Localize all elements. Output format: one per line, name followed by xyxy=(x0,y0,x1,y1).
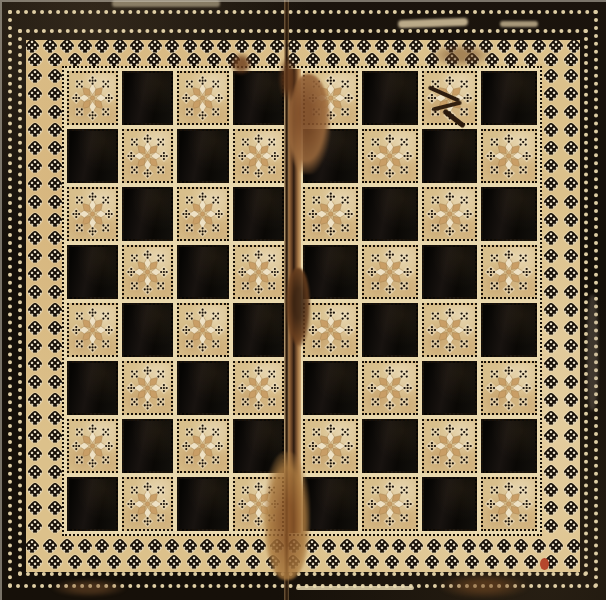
square-g7[interactable] xyxy=(422,129,478,183)
quatrefoil-medallion-icon xyxy=(26,52,43,66)
square-a7[interactable] xyxy=(67,129,118,183)
quatrefoil-medallion-icon xyxy=(265,554,282,571)
rosette-inlay xyxy=(124,131,171,181)
quatrefoil-medallion-icon xyxy=(251,538,268,555)
quatrefoil-medallion-icon xyxy=(513,538,530,555)
rosette-inlay xyxy=(305,73,357,123)
quatrefoil-medallion-icon xyxy=(543,500,560,517)
quatrefoil-medallion-icon xyxy=(543,446,560,463)
quatrefoil-medallion-icon xyxy=(324,554,341,571)
quatrefoil-medallion-icon xyxy=(321,40,338,54)
rosette-inlay xyxy=(364,247,416,297)
quatrefoil-medallion-icon xyxy=(27,122,44,139)
quatrefoil-medallion-icon xyxy=(563,320,580,337)
square-f8[interactable] xyxy=(362,71,418,125)
square-d1[interactable] xyxy=(233,477,284,531)
quatrefoil-medallion-icon xyxy=(165,554,182,571)
quatrefoil-medallion-icon xyxy=(27,158,44,175)
square-h5[interactable] xyxy=(481,245,537,299)
quatrefoil-medallion-icon xyxy=(185,554,202,571)
quatrefoil-medallion-icon xyxy=(344,52,361,66)
medallion-band-bottom xyxy=(26,536,580,572)
square-g5[interactable] xyxy=(422,245,478,299)
square-h6[interactable] xyxy=(481,187,537,241)
rosette-inlay xyxy=(179,305,226,355)
quatrefoil-medallion-icon xyxy=(198,538,215,555)
square-a1[interactable] xyxy=(67,477,118,531)
quatrefoil-medallion-icon xyxy=(304,554,321,571)
square-f7[interactable] xyxy=(362,129,418,183)
quatrefoil-medallion-icon xyxy=(543,266,560,283)
quatrefoil-medallion-icon xyxy=(304,52,321,66)
quatrefoil-medallion-icon xyxy=(233,538,250,555)
square-h7[interactable] xyxy=(481,129,537,183)
quatrefoil-medallion-icon xyxy=(424,554,441,571)
quatrefoil-medallion-icon xyxy=(47,500,64,517)
rosette-inlay xyxy=(483,131,535,181)
square-d5[interactable] xyxy=(233,245,284,299)
quatrefoil-medallion-icon xyxy=(47,86,64,103)
quatrefoil-medallion-icon xyxy=(27,212,44,229)
quatrefoil-medallion-icon xyxy=(563,140,580,157)
quatrefoil-medallion-icon xyxy=(364,52,381,66)
quatrefoil-medallion-icon xyxy=(47,104,64,121)
square-h8[interactable] xyxy=(481,71,537,125)
quatrefoil-medallion-icon xyxy=(27,446,44,463)
quatrefoil-medallion-icon xyxy=(66,554,83,571)
square-c4[interactable] xyxy=(177,303,228,357)
quatrefoil-medallion-icon xyxy=(495,538,512,555)
quatrefoil-medallion-icon xyxy=(543,68,560,85)
quatrefoil-medallion-icon xyxy=(543,428,560,445)
square-d7[interactable] xyxy=(233,129,284,183)
rosette-inlay xyxy=(364,363,416,413)
quatrefoil-medallion-icon xyxy=(27,68,44,85)
quatrefoil-medallion-icon xyxy=(27,338,44,355)
quatrefoil-medallion-icon xyxy=(460,538,477,555)
rosette-inlay xyxy=(235,479,282,529)
quatrefoil-medallion-icon xyxy=(27,104,44,121)
square-g1[interactable] xyxy=(422,477,478,531)
square-b1[interactable] xyxy=(122,477,173,531)
quatrefoil-medallion-icon xyxy=(146,52,163,66)
rosette-inlay xyxy=(483,479,535,529)
quatrefoil-medallion-icon xyxy=(543,374,560,391)
rosette-inlay xyxy=(179,421,226,471)
quatrefoil-medallion-icon xyxy=(563,68,580,85)
quatrefoil-medallion-icon xyxy=(543,464,560,481)
square-f4[interactable] xyxy=(362,303,418,357)
quatrefoil-medallion-icon xyxy=(373,538,390,555)
quatrefoil-medallion-icon xyxy=(356,538,373,555)
square-e7[interactable] xyxy=(303,129,359,183)
quatrefoil-medallion-icon xyxy=(41,538,58,555)
quatrefoil-medallion-icon xyxy=(338,538,355,555)
square-a2[interactable] xyxy=(67,419,118,473)
quatrefoil-medallion-icon xyxy=(543,356,560,373)
rosette-inlay xyxy=(305,189,357,239)
quatrefoil-medallion-icon xyxy=(146,554,163,571)
quatrefoil-medallion-icon xyxy=(384,554,401,571)
quatrefoil-medallion-icon xyxy=(460,40,477,54)
quatrefoil-medallion-icon xyxy=(46,554,63,571)
quatrefoil-medallion-icon xyxy=(27,284,44,301)
quatrefoil-medallion-icon xyxy=(425,538,442,555)
rosette-inlay xyxy=(124,479,171,529)
quatrefoil-medallion-icon xyxy=(563,356,580,373)
quatrefoil-medallion-icon xyxy=(384,52,401,66)
board-right-half xyxy=(301,69,539,533)
quatrefoil-medallion-icon xyxy=(66,52,83,66)
quatrefoil-medallion-icon xyxy=(47,194,64,211)
quatrefoil-medallion-icon xyxy=(563,446,580,463)
quatrefoil-medallion-icon xyxy=(27,140,44,157)
quatrefoil-medallion-icon xyxy=(47,446,64,463)
quatrefoil-medallion-icon xyxy=(265,52,282,66)
square-h2[interactable] xyxy=(481,419,537,473)
quatrefoil-medallion-icon xyxy=(111,538,128,555)
square-c7[interactable] xyxy=(177,129,228,183)
quatrefoil-medallion-icon xyxy=(563,194,580,211)
quatrefoil-medallion-icon xyxy=(27,392,44,409)
square-c1[interactable] xyxy=(177,477,228,531)
square-f2[interactable] xyxy=(362,419,418,473)
rosette-inlay xyxy=(364,479,416,529)
inlaid-chessboard-photo xyxy=(0,0,606,600)
quatrefoil-medallion-icon xyxy=(27,230,44,247)
quatrefoil-medallion-icon xyxy=(543,86,560,103)
quatrefoil-medallion-icon xyxy=(27,464,44,481)
quatrefoil-medallion-icon xyxy=(483,52,500,66)
quatrefoil-medallion-icon xyxy=(47,320,64,337)
quatrefoil-medallion-icon xyxy=(563,374,580,391)
quatrefoil-medallion-icon xyxy=(565,538,580,555)
quatrefoil-medallion-icon xyxy=(59,538,76,555)
quatrefoil-medallion-icon xyxy=(47,428,64,445)
quatrefoil-medallion-icon xyxy=(225,554,242,571)
quatrefoil-medallion-icon xyxy=(543,410,560,427)
quatrefoil-medallion-icon xyxy=(126,52,143,66)
quatrefoil-medallion-icon xyxy=(503,554,520,571)
quatrefoil-medallion-icon xyxy=(27,518,44,535)
square-a3[interactable] xyxy=(67,361,118,415)
rosette-inlay xyxy=(424,73,476,123)
square-b4[interactable] xyxy=(122,303,173,357)
quatrefoil-medallion-icon xyxy=(47,140,64,157)
square-e5[interactable] xyxy=(303,245,359,299)
rosette-inlay xyxy=(69,421,116,471)
quatrefoil-medallion-icon xyxy=(47,212,64,229)
square-d8[interactable] xyxy=(233,71,284,125)
quatrefoil-medallion-icon xyxy=(47,68,64,85)
square-e4[interactable] xyxy=(303,303,359,357)
square-e3[interactable] xyxy=(303,361,359,415)
quatrefoil-medallion-icon xyxy=(129,538,146,555)
rosette-inlay xyxy=(124,247,171,297)
square-g6[interactable] xyxy=(422,187,478,241)
quatrefoil-medallion-icon xyxy=(443,554,460,571)
square-a6[interactable] xyxy=(67,187,118,241)
quatrefoil-medallion-icon xyxy=(443,52,460,66)
quatrefoil-medallion-icon xyxy=(563,518,580,535)
square-d6[interactable] xyxy=(233,187,284,241)
quatrefoil-medallion-icon xyxy=(543,248,560,265)
quatrefoil-medallion-icon xyxy=(543,158,560,175)
quatrefoil-medallion-icon xyxy=(47,392,64,409)
quatrefoil-medallion-icon xyxy=(47,284,64,301)
quatrefoil-medallion-icon xyxy=(390,538,407,555)
square-c3[interactable] xyxy=(177,361,228,415)
quatrefoil-medallion-icon xyxy=(126,554,143,571)
quatrefoil-medallion-icon xyxy=(563,392,580,409)
square-a8[interactable] xyxy=(67,71,118,125)
quatrefoil-medallion-icon xyxy=(548,538,565,555)
quatrefoil-medallion-icon xyxy=(245,52,262,66)
playing-field xyxy=(62,66,542,536)
square-f6[interactable] xyxy=(362,187,418,241)
quatrefoil-medallion-icon xyxy=(543,518,560,535)
quatrefoil-medallion-icon xyxy=(344,554,361,571)
square-b8[interactable] xyxy=(122,71,173,125)
square-a5[interactable] xyxy=(67,245,118,299)
quatrefoil-medallion-icon xyxy=(27,248,44,265)
quatrefoil-medallion-icon xyxy=(543,392,560,409)
quatrefoil-medallion-icon xyxy=(86,52,103,66)
square-d3[interactable] xyxy=(233,361,284,415)
quatrefoil-medallion-icon xyxy=(146,538,163,555)
quatrefoil-medallion-icon xyxy=(27,356,44,373)
rosette-inlay xyxy=(483,363,535,413)
rosette-inlay xyxy=(424,189,476,239)
quatrefoil-medallion-icon xyxy=(563,284,580,301)
quatrefoil-medallion-icon xyxy=(47,464,64,481)
quatrefoil-medallion-icon xyxy=(27,302,44,319)
quatrefoil-medallion-icon xyxy=(27,266,44,283)
quatrefoil-medallion-icon xyxy=(543,176,560,193)
square-c5[interactable] xyxy=(177,245,228,299)
medallion-band-left xyxy=(26,66,64,536)
quatrefoil-medallion-icon xyxy=(543,338,560,355)
quatrefoil-medallion-icon xyxy=(216,538,233,555)
quatrefoil-medallion-icon xyxy=(543,212,560,229)
quatrefoil-medallion-icon xyxy=(47,248,64,265)
square-g8[interactable] xyxy=(422,71,478,125)
quatrefoil-medallion-icon xyxy=(47,482,64,499)
quatrefoil-medallion-icon xyxy=(563,52,580,66)
quatrefoil-medallion-icon xyxy=(27,320,44,337)
quatrefoil-medallion-icon xyxy=(76,538,93,555)
quatrefoil-medallion-icon xyxy=(245,554,262,571)
quatrefoil-medallion-icon xyxy=(129,40,146,54)
quatrefoil-medallion-icon xyxy=(463,554,480,571)
quatrefoil-medallion-icon xyxy=(47,158,64,175)
quatrefoil-medallion-icon xyxy=(303,538,320,555)
medallion-band-top xyxy=(26,40,580,66)
quatrefoil-medallion-icon xyxy=(27,500,44,517)
quatrefoil-medallion-icon xyxy=(463,52,480,66)
square-e1[interactable] xyxy=(303,477,359,531)
quatrefoil-medallion-icon xyxy=(563,464,580,481)
rosette-inlay xyxy=(305,305,357,355)
quatrefoil-medallion-icon xyxy=(94,40,111,54)
quatrefoil-medallion-icon xyxy=(27,482,44,499)
quatrefoil-medallion-icon xyxy=(543,194,560,211)
square-g3[interactable] xyxy=(422,361,478,415)
quatrefoil-medallion-icon xyxy=(503,52,520,66)
rosette-inlay xyxy=(69,73,116,123)
quatrefoil-medallion-icon xyxy=(483,554,500,571)
quatrefoil-medallion-icon xyxy=(26,538,41,555)
quatrefoil-medallion-icon xyxy=(106,52,123,66)
rosette-inlay xyxy=(69,305,116,355)
quatrefoil-medallion-icon xyxy=(233,40,250,54)
square-e8[interactable] xyxy=(303,71,359,125)
quatrefoil-medallion-icon xyxy=(94,538,111,555)
square-f1[interactable] xyxy=(362,477,418,531)
quatrefoil-medallion-icon xyxy=(27,374,44,391)
rosette-inlay xyxy=(235,363,282,413)
quatrefoil-medallion-icon xyxy=(543,52,560,66)
rosette-inlay xyxy=(179,189,226,239)
quatrefoil-medallion-icon xyxy=(543,230,560,247)
quatrefoil-medallion-icon xyxy=(185,52,202,66)
rosette-inlay xyxy=(179,73,226,123)
quatrefoil-medallion-icon xyxy=(27,428,44,445)
quatrefoil-medallion-icon xyxy=(543,482,560,499)
square-b3[interactable] xyxy=(122,361,173,415)
quatrefoil-medallion-icon xyxy=(443,538,460,555)
quatrefoil-medallion-icon xyxy=(27,176,44,193)
quatrefoil-medallion-icon xyxy=(513,40,530,54)
quatrefoil-medallion-icon xyxy=(86,554,103,571)
quatrefoil-medallion-icon xyxy=(563,302,580,319)
square-h4[interactable] xyxy=(481,303,537,357)
fold-seam-line xyxy=(284,0,289,600)
quatrefoil-medallion-icon xyxy=(543,284,560,301)
rosette-inlay xyxy=(424,421,476,471)
wear-bottom-right-strip xyxy=(438,573,530,599)
quatrefoil-medallion-icon xyxy=(47,518,64,535)
square-c8[interactable] xyxy=(177,71,228,125)
square-d4[interactable] xyxy=(233,303,284,357)
quatrefoil-medallion-icon xyxy=(321,538,338,555)
medallion-band-right xyxy=(542,66,580,536)
wear-right-frame xyxy=(587,295,598,410)
quatrefoil-medallion-icon xyxy=(563,410,580,427)
quatrefoil-medallion-icon xyxy=(364,554,381,571)
rosette-inlay xyxy=(364,131,416,181)
quatrefoil-medallion-icon xyxy=(408,538,425,555)
square-b2[interactable] xyxy=(122,419,173,473)
quatrefoil-medallion-icon xyxy=(47,266,64,283)
square-c6[interactable] xyxy=(177,187,228,241)
quatrefoil-medallion-icon xyxy=(47,176,64,193)
rosette-inlay xyxy=(424,305,476,355)
square-h3[interactable] xyxy=(481,361,537,415)
square-f5[interactable] xyxy=(362,245,418,299)
rosette-inlay xyxy=(235,247,282,297)
quatrefoil-medallion-icon xyxy=(563,266,580,283)
quatrefoil-medallion-icon xyxy=(563,428,580,445)
quatrefoil-medallion-icon xyxy=(47,338,64,355)
board-left-half xyxy=(65,69,286,533)
quatrefoil-medallion-icon xyxy=(47,122,64,139)
quatrefoil-medallion-icon xyxy=(27,410,44,427)
quatrefoil-medallion-icon xyxy=(47,302,64,319)
square-f3[interactable] xyxy=(362,361,418,415)
quatrefoil-medallion-icon xyxy=(543,140,560,157)
quatrefoil-medallion-icon xyxy=(26,554,43,571)
quatrefoil-medallion-icon xyxy=(563,230,580,247)
quatrefoil-medallion-icon xyxy=(373,40,390,54)
quatrefoil-medallion-icon xyxy=(563,176,580,193)
rosette-inlay xyxy=(483,247,535,297)
square-g4[interactable] xyxy=(422,303,478,357)
quatrefoil-medallion-icon xyxy=(563,248,580,265)
quatrefoil-medallion-icon xyxy=(404,52,421,66)
square-b7[interactable] xyxy=(122,129,173,183)
quatrefoil-medallion-icon xyxy=(46,52,63,66)
quatrefoil-medallion-icon xyxy=(523,52,540,66)
quatrefoil-medallion-icon xyxy=(563,554,580,571)
square-c2[interactable] xyxy=(177,419,228,473)
quatrefoil-medallion-icon xyxy=(425,40,442,54)
rosette-inlay xyxy=(235,131,282,181)
quatrefoil-medallion-icon xyxy=(225,52,242,66)
quatrefoil-medallion-icon xyxy=(543,104,560,121)
square-e6[interactable] xyxy=(303,187,359,241)
square-h1[interactable] xyxy=(481,477,537,531)
quatrefoil-medallion-icon xyxy=(205,52,222,66)
quatrefoil-medallion-icon xyxy=(478,538,495,555)
square-e2[interactable] xyxy=(303,419,359,473)
square-a4[interactable] xyxy=(67,303,118,357)
rosette-inlay xyxy=(124,363,171,413)
quatrefoil-medallion-icon xyxy=(47,374,64,391)
quatrefoil-medallion-icon xyxy=(181,538,198,555)
quatrefoil-medallion-icon xyxy=(563,212,580,229)
rosette-inlay xyxy=(69,189,116,239)
square-g2[interactable] xyxy=(422,419,478,473)
quatrefoil-medallion-icon xyxy=(76,40,93,54)
square-b5[interactable] xyxy=(122,245,173,299)
quatrefoil-medallion-icon xyxy=(563,86,580,103)
quatrefoil-medallion-icon xyxy=(47,410,64,427)
quatrefoil-medallion-icon xyxy=(47,230,64,247)
quatrefoil-medallion-icon xyxy=(563,482,580,499)
square-b6[interactable] xyxy=(122,187,173,241)
wear-bottom-left-strip xyxy=(52,579,126,597)
rosette-inlay xyxy=(305,421,357,471)
quatrefoil-medallion-icon xyxy=(563,104,580,121)
quatrefoil-medallion-icon xyxy=(523,554,540,571)
quatrefoil-medallion-icon xyxy=(424,52,441,66)
quatrefoil-medallion-icon xyxy=(543,122,560,139)
quatrefoil-medallion-icon xyxy=(205,554,222,571)
square-d2[interactable] xyxy=(233,419,284,473)
quatrefoil-medallion-icon xyxy=(530,538,547,555)
quatrefoil-medallion-icon xyxy=(404,554,421,571)
quatrefoil-medallion-icon xyxy=(324,52,341,66)
quatrefoil-medallion-icon xyxy=(27,194,44,211)
quatrefoil-medallion-icon xyxy=(47,356,64,373)
quatrefoil-medallion-icon xyxy=(106,554,123,571)
quatrefoil-medallion-icon xyxy=(563,500,580,517)
red-chip-bottom-right xyxy=(540,558,549,570)
quatrefoil-medallion-icon xyxy=(165,52,182,66)
quatrefoil-medallion-icon xyxy=(563,158,580,175)
quatrefoil-medallion-icon xyxy=(563,122,580,139)
